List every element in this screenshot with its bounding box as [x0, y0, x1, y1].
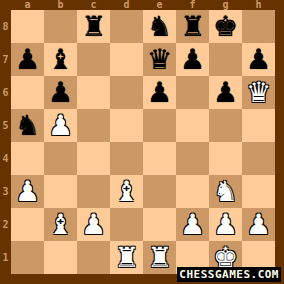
white-rook: ♜ [110, 241, 143, 274]
black-king: ♚ [209, 10, 242, 43]
square-h4[interactable] [242, 142, 275, 175]
black-pawn: ♟ [11, 43, 44, 76]
square-d6[interactable] [110, 76, 143, 109]
square-e6[interactable]: ♟ [143, 76, 176, 109]
square-b5[interactable]: ♟ [44, 109, 77, 142]
square-c3[interactable] [77, 175, 110, 208]
square-c8[interactable]: ♜ [77, 10, 110, 43]
rank-label-5: 5 [0, 109, 11, 142]
black-rook: ♜ [77, 10, 110, 43]
square-f4[interactable] [176, 142, 209, 175]
square-f3[interactable] [176, 175, 209, 208]
rank-label-1: 1 [0, 241, 11, 274]
square-b8[interactable] [44, 10, 77, 43]
square-b2[interactable]: ♝ [44, 208, 77, 241]
square-h5[interactable] [242, 109, 275, 142]
square-a4[interactable] [11, 142, 44, 175]
square-e1[interactable]: ♜ [143, 241, 176, 274]
square-g5[interactable] [209, 109, 242, 142]
file-label-g: g [209, 0, 242, 10]
black-queen: ♛ [143, 43, 176, 76]
white-rook: ♜ [143, 241, 176, 274]
file-label-c: c [77, 0, 110, 10]
square-f5[interactable] [176, 109, 209, 142]
square-a2[interactable] [11, 208, 44, 241]
square-f6[interactable] [176, 76, 209, 109]
watermark: CHESSGAMES.COM [177, 267, 281, 282]
square-e5[interactable] [143, 109, 176, 142]
file-label-a: a [11, 0, 44, 10]
file-label-f: f [176, 0, 209, 10]
square-h6[interactable]: ♛ [242, 76, 275, 109]
black-knight: ♞ [143, 10, 176, 43]
rank-labels: 87654321 [0, 10, 11, 274]
rank-label-4: 4 [0, 142, 11, 175]
file-label-b: b [44, 0, 77, 10]
square-g2[interactable]: ♟ [209, 208, 242, 241]
square-d3[interactable]: ♝ [110, 175, 143, 208]
black-knight: ♞ [11, 109, 44, 142]
square-e7[interactable]: ♛ [143, 43, 176, 76]
rank-label-6: 6 [0, 76, 11, 109]
square-c5[interactable] [77, 109, 110, 142]
square-f8[interactable]: ♜ [176, 10, 209, 43]
black-pawn: ♟ [209, 76, 242, 109]
black-pawn: ♟ [176, 43, 209, 76]
square-g7[interactable] [209, 43, 242, 76]
rank-label-3: 3 [0, 175, 11, 208]
square-c1[interactable] [77, 241, 110, 274]
rank-label-7: 7 [0, 43, 11, 76]
square-b1[interactable] [44, 241, 77, 274]
square-h3[interactable] [242, 175, 275, 208]
rank-label-2: 2 [0, 208, 11, 241]
square-b7[interactable]: ♝ [44, 43, 77, 76]
square-d5[interactable] [110, 109, 143, 142]
square-d7[interactable] [110, 43, 143, 76]
square-a6[interactable] [11, 76, 44, 109]
square-d1[interactable]: ♜ [110, 241, 143, 274]
black-pawn: ♟ [143, 76, 176, 109]
chess-board-frame: abcdefgh 87654321 ♜♞♜♚♟♝♛♟♟♟♟♟♛♞♟♟♝♞♝♟♟♟… [0, 0, 284, 284]
square-e3[interactable] [143, 175, 176, 208]
square-h2[interactable]: ♟ [242, 208, 275, 241]
file-label-d: d [110, 0, 143, 10]
file-labels: abcdefgh [11, 0, 275, 10]
square-g8[interactable]: ♚ [209, 10, 242, 43]
square-h8[interactable] [242, 10, 275, 43]
square-a1[interactable] [11, 241, 44, 274]
file-label-e: e [143, 0, 176, 10]
square-b4[interactable] [44, 142, 77, 175]
square-g4[interactable] [209, 142, 242, 175]
square-d8[interactable] [110, 10, 143, 43]
square-e2[interactable] [143, 208, 176, 241]
black-bishop: ♝ [44, 43, 77, 76]
white-queen: ♛ [242, 76, 275, 109]
white-pawn: ♟ [176, 208, 209, 241]
square-a5[interactable]: ♞ [11, 109, 44, 142]
square-a8[interactable] [11, 10, 44, 43]
square-e8[interactable]: ♞ [143, 10, 176, 43]
chess-board: ♜♞♜♚♟♝♛♟♟♟♟♟♛♞♟♟♝♞♝♟♟♟♟♜♜♚ [11, 10, 275, 274]
black-pawn: ♟ [242, 43, 275, 76]
square-c6[interactable] [77, 76, 110, 109]
square-d4[interactable] [110, 142, 143, 175]
square-g3[interactable]: ♞ [209, 175, 242, 208]
square-c4[interactable] [77, 142, 110, 175]
square-e4[interactable] [143, 142, 176, 175]
square-f2[interactable]: ♟ [176, 208, 209, 241]
rank-label-8: 8 [0, 10, 11, 43]
white-pawn: ♟ [11, 175, 44, 208]
square-h7[interactable]: ♟ [242, 43, 275, 76]
white-pawn: ♟ [77, 208, 110, 241]
file-label-h: h [242, 0, 275, 10]
white-knight: ♞ [209, 175, 242, 208]
white-bishop: ♝ [110, 175, 143, 208]
square-a3[interactable]: ♟ [11, 175, 44, 208]
square-c7[interactable] [77, 43, 110, 76]
square-d2[interactable] [110, 208, 143, 241]
square-g6[interactable]: ♟ [209, 76, 242, 109]
square-c2[interactable]: ♟ [77, 208, 110, 241]
square-a7[interactable]: ♟ [11, 43, 44, 76]
white-pawn: ♟ [209, 208, 242, 241]
black-rook: ♜ [176, 10, 209, 43]
white-pawn: ♟ [242, 208, 275, 241]
square-f7[interactable]: ♟ [176, 43, 209, 76]
square-b6[interactable]: ♟ [44, 76, 77, 109]
black-pawn: ♟ [44, 76, 77, 109]
white-pawn: ♟ [44, 109, 77, 142]
white-bishop: ♝ [44, 208, 77, 241]
square-b3[interactable] [44, 175, 77, 208]
